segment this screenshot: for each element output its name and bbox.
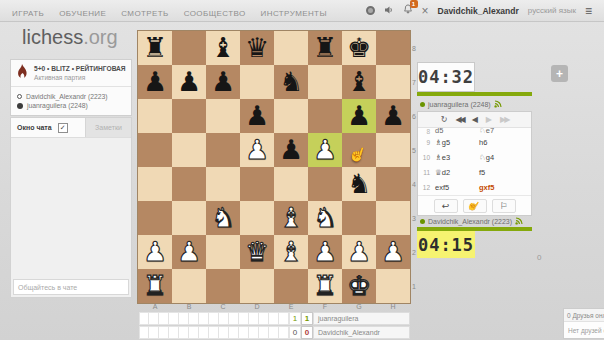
white-pawn: ♟ (143, 235, 167, 269)
black-color-icon (17, 103, 23, 109)
game-cell-empty (179, 326, 189, 339)
game-cell-empty (139, 326, 149, 339)
offer-draw-button[interactable]: ☝ (463, 199, 487, 213)
topbar-right: 1 × Davidchik_Alexandr русский язык ≡ (366, 4, 592, 18)
game-cell-empty (229, 312, 239, 325)
black-queen: ♛ (245, 31, 269, 65)
file-label-f: F (308, 303, 342, 310)
nav-item-играть[interactable]: ИГРАТЬ (12, 9, 44, 18)
game-cell-empty (269, 326, 279, 339)
spectator-count: 0 (537, 253, 541, 262)
move-number: 9 (418, 139, 433, 146)
square-h3[interactable] (376, 201, 410, 235)
game-cell-empty (249, 312, 259, 325)
black-bishop: ♝ (347, 65, 371, 99)
square-g1[interactable]: ♚ (342, 269, 376, 303)
white-pawn: ♟ (313, 235, 337, 269)
square-g6[interactable]: ♟ (342, 99, 376, 133)
blitz-flame-icon (16, 64, 29, 82)
moves-list: 8d5♘e79♗g5h610♗e3♘g411♕d2f512exf5gxf5 (418, 128, 531, 195)
white-move[interactable]: d5 (433, 128, 479, 135)
black-pawn: ♟ (347, 99, 371, 133)
black-move[interactable]: f5 (479, 168, 531, 177)
square-b5[interactable] (172, 133, 206, 167)
square-d5[interactable]: ♟ (240, 133, 274, 167)
white-rook: ♜ (313, 269, 337, 303)
file-label-c: C (206, 303, 240, 310)
lichess-logo[interactable]: lichess.org (22, 26, 118, 49)
game-cell-empty (239, 326, 249, 339)
game-status-label: Активная партия (34, 74, 126, 81)
white-pawn: ♟ (177, 235, 201, 269)
white-queen: ♛ (245, 235, 269, 269)
game-cell-empty (139, 312, 149, 325)
square-a4[interactable] (138, 167, 172, 201)
square-f8[interactable]: ♜ (308, 31, 342, 65)
square-c1[interactable] (206, 269, 240, 303)
square-d2[interactable]: ♛ (240, 235, 274, 269)
square-d3[interactable] (240, 201, 274, 235)
black-pawn: ♟ (143, 65, 167, 99)
white-player-line[interactable]: Davidchik_Alexandr (2223) (420, 217, 523, 225)
score-row-juanraguilera: 11juanraguilera (139, 312, 410, 325)
close-icon[interactable]: × (422, 5, 429, 17)
move-number: 11 (418, 169, 433, 176)
match-score-table: 11juanraguilera00Davidchik_Alexandr (139, 312, 410, 340)
square-h7[interactable] (376, 65, 410, 99)
square-c2[interactable] (206, 235, 240, 269)
square-d1[interactable] (240, 269, 274, 303)
game-cell-empty (229, 326, 239, 339)
chat-panel: Окно чата ✓ Заметки Общайтесь в чате (10, 117, 132, 298)
square-c8[interactable]: ♝ (206, 31, 240, 65)
file-label-d: D (240, 303, 274, 310)
sound-icon[interactable] (384, 5, 394, 17)
game-info-box: 5+0 • BLITZ • РЕЙТИНГОВАЯ Активная парти… (10, 59, 132, 116)
last-move-icon[interactable]: ▶▶ (500, 116, 508, 124)
square-b8[interactable] (172, 31, 206, 65)
white-clock-active: 04:15 (417, 231, 475, 258)
top-nav-bar: ИГРАТЬОБУЧЕНИЕСМОТРЕТЬСООБЩЕСТВОИНСТРУМЕ… (0, 0, 604, 22)
square-a1[interactable]: ♜ (138, 269, 172, 303)
square-a3[interactable] (138, 201, 172, 235)
game-cell-empty (169, 326, 179, 339)
white-move[interactable]: ♗g5 (433, 138, 479, 147)
square-b1[interactable] (172, 269, 206, 303)
square-h1[interactable] (376, 269, 410, 303)
chess-board: ♜♝♛♜♚♟♟♟♞♝♟♟♟♟♟♟♞♞♝♞♟♟♛♝♟♟♟♜♜♚ (138, 31, 410, 303)
previous-move-icon[interactable]: ◀ (472, 116, 478, 124)
move-row-12: 12exf5gxf5 (418, 180, 531, 195)
black-player-line[interactable]: juanraguilera (2248) (420, 100, 502, 108)
square-c4[interactable] (206, 167, 240, 201)
square-e3[interactable]: ♝ (274, 201, 308, 235)
game-cell-empty (279, 312, 289, 325)
square-g4[interactable]: ♞ (342, 167, 376, 201)
notification-badge: 1 (410, 0, 418, 8)
game-cell-empty (209, 326, 219, 339)
white-move[interactable]: exf5 (433, 183, 479, 192)
white-bishop: ♝ (279, 235, 303, 269)
game-cell-empty (199, 312, 209, 325)
file-coordinates: ABCDEFGH (138, 303, 410, 310)
game-cell-empty (209, 312, 219, 325)
square-e1[interactable] (274, 269, 308, 303)
move-row-9: 9♗g5h6 (418, 135, 531, 150)
square-b2[interactable]: ♟ (172, 235, 206, 269)
square-b7[interactable]: ♟ (172, 65, 206, 99)
white-king: ♚ (347, 269, 371, 303)
nav-item-сообщество[interactable]: СООБЩЕСТВО (184, 9, 246, 18)
file-label-b: B (172, 303, 206, 310)
square-e4[interactable] (274, 167, 308, 201)
friends-empty-text: Нет друзей онлайн (564, 322, 604, 338)
square-a5[interactable] (138, 133, 172, 167)
black-move[interactable]: ♘e7 (479, 128, 531, 135)
score-current-game: 1 (301, 312, 313, 325)
square-b3[interactable] (172, 201, 206, 235)
friends-header[interactable]: 0 Друзья онлайн (564, 309, 604, 322)
broadcast-icon (515, 217, 523, 225)
black-bishop: ♝ (211, 31, 235, 65)
black-king: ♚ (347, 31, 371, 65)
main-nav: ИГРАТЬОБУЧЕНИЕСМОТРЕТЬСООБЩЕСТВОИНСТРУМЕ… (12, 2, 342, 20)
white-bishop: ♝ (279, 201, 303, 235)
square-d6[interactable]: ♟ (240, 99, 274, 133)
square-f3[interactable]: ♞ (308, 201, 342, 235)
file-label-a: A (138, 303, 172, 310)
friends-online-widget: 0 Друзья онлайн Нет друзей онлайн (563, 308, 604, 339)
square-e7[interactable]: ♞ (274, 65, 308, 99)
game-cell-empty (239, 312, 249, 325)
tab-notes[interactable]: Заметки (85, 118, 131, 137)
game-cell-empty (189, 326, 199, 339)
square-e8[interactable] (274, 31, 308, 65)
white-knight: ♞ (313, 201, 337, 235)
move-row-11: 11♕d2f5 (418, 165, 531, 180)
move-row-8: 8d5♘e7 (418, 128, 531, 135)
resign-flag-button[interactable]: ⚐ (492, 199, 516, 213)
square-f5[interactable]: ♟ (308, 133, 342, 167)
square-d8[interactable]: ♛ (240, 31, 274, 65)
white-player-row[interactable]: Davidchik_Alexandr (2223) (17, 93, 125, 100)
square-c3[interactable]: ♞ (206, 201, 240, 235)
hamburger-menu-icon[interactable]: ≡ (585, 4, 592, 18)
chat-toggle-checkbox[interactable]: ✓ (58, 123, 68, 133)
score-row-Davidchik_Alexandr: 00Davidchik_Alexandr (139, 326, 410, 339)
flip-board-icon[interactable]: ↻ (441, 116, 448, 124)
first-move-icon[interactable]: ◀◀ (455, 116, 463, 124)
square-f6[interactable] (308, 99, 342, 133)
nav-item-смотреть[interactable]: СМОТРЕТЬ (121, 9, 168, 18)
language-selector[interactable]: русский язык (528, 6, 576, 15)
square-g3[interactable] (342, 201, 376, 235)
takeback-button[interactable]: ↩ (434, 199, 458, 213)
chat-input[interactable]: Общайтесь в чате (13, 279, 129, 295)
square-f1[interactable]: ♜ (308, 269, 342, 303)
file-label-h: H (376, 303, 410, 310)
white-pawn: ♟ (245, 133, 269, 167)
tab-chat[interactable]: Окно чата (17, 124, 52, 131)
white-rook: ♜ (143, 269, 167, 303)
game-cell-empty (269, 312, 279, 325)
nav-item-обучение[interactable]: ОБУЧЕНИЕ (59, 9, 106, 18)
square-f4[interactable] (308, 167, 342, 201)
black-pawn: ♟ (381, 99, 405, 133)
square-d4[interactable] (240, 167, 274, 201)
topbar-username[interactable]: Davidchik_Alexandr (438, 6, 519, 16)
score-current-game: 0 (301, 326, 313, 339)
move-number: 8 (418, 128, 433, 135)
square-a2[interactable]: ♟ (138, 235, 172, 269)
black-pawn: ♟ (177, 65, 201, 99)
black-move[interactable]: h6 (479, 138, 531, 147)
game-cell-empty (169, 312, 179, 325)
game-cell-empty (189, 312, 199, 325)
black-move[interactable]: gxf5 (479, 183, 531, 192)
white-pawn: ♟ (347, 235, 371, 269)
square-c5[interactable] (206, 133, 240, 167)
black-rook: ♜ (313, 31, 337, 65)
move-row-10: 10♗e3♘g4 (418, 150, 531, 165)
game-cell-empty (149, 312, 159, 325)
square-h2[interactable]: ♟ (376, 235, 410, 269)
square-d7[interactable] (240, 65, 274, 99)
white-move[interactable]: ♕d2 (433, 168, 479, 177)
game-mode-label: 5+0 • BLITZ • РЕЙТИНГОВАЯ (34, 65, 126, 72)
add-time-button[interactable]: + (551, 65, 568, 82)
file-label-e: E (274, 303, 308, 310)
game-cell-empty (259, 312, 269, 325)
black-knight: ♞ (279, 65, 303, 99)
square-b6[interactable] (172, 99, 206, 133)
move-number: 10 (418, 154, 433, 161)
white-knight: ♞ (211, 201, 235, 235)
square-h6[interactable]: ♟ (376, 99, 410, 133)
move-number: 12 (418, 184, 433, 191)
challenges-icon[interactable] (366, 6, 375, 15)
square-h4[interactable] (376, 167, 410, 201)
online-dot (420, 219, 425, 224)
game-cell-empty (159, 312, 169, 325)
black-pawn: ♟ (279, 133, 303, 167)
square-g2[interactable]: ♟ (342, 235, 376, 269)
game-cell-empty (179, 312, 189, 325)
square-h5[interactable] (376, 133, 410, 167)
square-e6[interactable] (274, 99, 308, 133)
rank-label-1: 1 (412, 269, 422, 303)
black-knight: ♞ (347, 167, 371, 201)
white-pawn: ♟ (381, 235, 405, 269)
nav-item-инструменты[interactable]: ИНСТРУМЕНТЫ (261, 9, 327, 18)
file-label-g: G (342, 303, 376, 310)
square-a7[interactable]: ♟ (138, 65, 172, 99)
score-player-name[interactable]: juanraguilera (313, 312, 410, 325)
black-pawn: ♟ (245, 99, 269, 133)
white-color-icon (17, 94, 22, 99)
game-cell-empty (149, 326, 159, 339)
square-a6[interactable] (138, 99, 172, 133)
move-list-panel: ↻ ◀◀ ◀ ▶ ▶▶ 8d5♘e79♗g5h610♗e3♘g411♕d2f51… (417, 111, 532, 216)
square-b4[interactable] (172, 167, 206, 201)
notifications-bell-icon[interactable]: 1 (403, 4, 413, 17)
game-cell-empty (249, 326, 259, 339)
black-pawn: ♟ (211, 65, 235, 99)
square-c7[interactable]: ♟ (206, 65, 240, 99)
next-move-icon[interactable]: ▶ (486, 116, 492, 124)
black-time-bar (417, 92, 532, 96)
black-rook: ♜ (143, 31, 167, 65)
rank-label-8: 8 (412, 31, 422, 65)
game-cell-empty (219, 326, 229, 339)
white-pawn: ♟ (313, 133, 337, 167)
broadcast-icon (494, 100, 502, 108)
square-f2[interactable]: ♟ (308, 235, 342, 269)
square-h8[interactable] (376, 31, 410, 65)
score-total: 1 (289, 312, 301, 325)
black-clock: 04:32 (417, 62, 475, 92)
score-total: 0 (289, 326, 301, 339)
game-cell-empty (259, 326, 269, 339)
square-e5[interactable]: ♟ (274, 133, 308, 167)
game-cell-empty (279, 326, 289, 339)
square-g7[interactable]: ♝ (342, 65, 376, 99)
lichess-game-page: ИГРАТЬОБУЧЕНИЕСМОТРЕТЬСООБЩЕСТВОИНСТРУМЕ… (0, 0, 604, 340)
game-cell-empty (159, 326, 169, 339)
square-a8[interactable]: ♜ (138, 31, 172, 65)
black-player-row[interactable]: juanraguilera (2248) (17, 102, 125, 109)
online-dot (420, 102, 425, 107)
score-player-name[interactable]: Davidchik_Alexandr (313, 326, 410, 339)
game-cell-empty (219, 312, 229, 325)
square-f7[interactable] (308, 65, 342, 99)
game-cell-empty (199, 326, 209, 339)
square-e2[interactable]: ♝ (274, 235, 308, 269)
square-c6[interactable] (206, 99, 240, 133)
square-g8[interactable]: ♚ (342, 31, 376, 65)
black-move[interactable]: ♘g4 (479, 153, 531, 162)
white-move[interactable]: ♗e3 (433, 153, 479, 162)
